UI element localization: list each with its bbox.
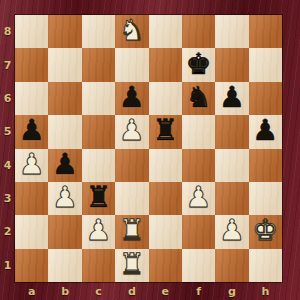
- black-knight-f6[interactable]: ♞: [186, 83, 212, 112]
- square-f8[interactable]: [182, 15, 215, 48]
- square-a7[interactable]: [15, 48, 48, 81]
- square-d1[interactable]: ♜: [115, 249, 148, 282]
- square-h6[interactable]: [249, 82, 282, 115]
- square-d2[interactable]: ♜: [115, 215, 148, 248]
- file-label-a: a: [15, 282, 48, 300]
- square-d3[interactable]: [115, 182, 148, 215]
- square-g4[interactable]: [215, 149, 248, 182]
- square-c3[interactable]: ♜: [82, 182, 115, 215]
- square-a8[interactable]: [15, 15, 48, 48]
- square-e1[interactable]: [149, 249, 182, 282]
- square-f5[interactable]: [182, 115, 215, 148]
- square-h2[interactable]: ♚: [249, 215, 282, 248]
- square-d8[interactable]: ♞: [115, 15, 148, 48]
- black-pawn-b4[interactable]: ♟: [52, 150, 78, 179]
- square-b1[interactable]: [48, 249, 81, 282]
- square-b3[interactable]: ♟: [48, 182, 81, 215]
- file-label-h: h: [249, 282, 282, 300]
- square-h3[interactable]: [249, 182, 282, 215]
- square-a4[interactable]: ♟: [15, 149, 48, 182]
- file-label-e: e: [149, 282, 182, 300]
- square-e5[interactable]: ♜: [149, 115, 182, 148]
- rank-label-6: 6: [0, 82, 15, 115]
- black-pawn-a5[interactable]: ♟: [19, 116, 45, 145]
- square-b4[interactable]: ♟: [48, 149, 81, 182]
- square-e7[interactable]: [149, 48, 182, 81]
- rank-label-4: 4: [0, 149, 15, 182]
- square-d7[interactable]: [115, 48, 148, 81]
- black-pawn-h5[interactable]: ♟: [252, 116, 278, 145]
- rank-label-2: 2: [0, 215, 15, 248]
- square-d5[interactable]: ♟: [115, 115, 148, 148]
- black-pawn-g6[interactable]: ♟: [219, 83, 245, 112]
- black-rook-e5[interactable]: ♜: [152, 116, 178, 145]
- white-pawn-a4[interactable]: ♟: [19, 150, 45, 179]
- white-pawn-f3[interactable]: ♟: [186, 183, 212, 212]
- square-b6[interactable]: [48, 82, 81, 115]
- square-c2[interactable]: ♟: [82, 215, 115, 248]
- square-h8[interactable]: [249, 15, 282, 48]
- black-rook-c3[interactable]: ♜: [85, 183, 111, 212]
- rank-label-5: 5: [0, 115, 15, 148]
- square-h7[interactable]: [249, 48, 282, 81]
- file-label-d: d: [115, 282, 148, 300]
- square-b2[interactable]: [48, 215, 81, 248]
- square-c7[interactable]: [82, 48, 115, 81]
- square-e3[interactable]: [149, 182, 182, 215]
- square-g8[interactable]: [215, 15, 248, 48]
- square-a1[interactable]: [15, 249, 48, 282]
- square-e6[interactable]: [149, 82, 182, 115]
- file-label-b: b: [48, 282, 81, 300]
- white-rook-d2[interactable]: ♜: [119, 216, 145, 245]
- square-b8[interactable]: [48, 15, 81, 48]
- square-e4[interactable]: [149, 149, 182, 182]
- square-f3[interactable]: ♟: [182, 182, 215, 215]
- square-e8[interactable]: [149, 15, 182, 48]
- square-g3[interactable]: [215, 182, 248, 215]
- square-g6[interactable]: ♟: [215, 82, 248, 115]
- chess-board-frame: 87654321 ♞♚♟♞♟♟♟♜♟♟♟♟♜♟♟♜♟♚♜ abcdefgh: [0, 0, 300, 300]
- square-f2[interactable]: [182, 215, 215, 248]
- square-h1[interactable]: [249, 249, 282, 282]
- white-pawn-b3[interactable]: ♟: [52, 183, 78, 212]
- square-h4[interactable]: [249, 149, 282, 182]
- square-f6[interactable]: ♞: [182, 82, 215, 115]
- square-c4[interactable]: [82, 149, 115, 182]
- black-king-f7[interactable]: ♚: [186, 50, 212, 79]
- square-c8[interactable]: [82, 15, 115, 48]
- square-g5[interactable]: [215, 115, 248, 148]
- square-e2[interactable]: [149, 215, 182, 248]
- square-a5[interactable]: ♟: [15, 115, 48, 148]
- file-labels: abcdefgh: [15, 282, 282, 300]
- square-g2[interactable]: ♟: [215, 215, 248, 248]
- rank-label-3: 3: [0, 182, 15, 215]
- rank-label-1: 1: [0, 249, 15, 282]
- square-h5[interactable]: ♟: [249, 115, 282, 148]
- file-label-f: f: [182, 282, 215, 300]
- square-d6[interactable]: ♟: [115, 82, 148, 115]
- square-a6[interactable]: [15, 82, 48, 115]
- square-c5[interactable]: [82, 115, 115, 148]
- white-king-h2[interactable]: ♚: [252, 216, 278, 245]
- square-f1[interactable]: [182, 249, 215, 282]
- square-c1[interactable]: [82, 249, 115, 282]
- square-d4[interactable]: [115, 149, 148, 182]
- square-a2[interactable]: [15, 215, 48, 248]
- square-c6[interactable]: [82, 82, 115, 115]
- square-g1[interactable]: [215, 249, 248, 282]
- white-pawn-g2[interactable]: ♟: [219, 216, 245, 245]
- board: ♞♚♟♞♟♟♟♜♟♟♟♟♜♟♟♜♟♚♜: [15, 15, 282, 282]
- rank-label-8: 8: [0, 15, 15, 48]
- file-label-c: c: [82, 282, 115, 300]
- white-rook-d1[interactable]: ♜: [119, 250, 145, 279]
- rank-labels: 87654321: [0, 15, 15, 282]
- square-f7[interactable]: ♚: [182, 48, 215, 81]
- square-b7[interactable]: [48, 48, 81, 81]
- square-f4[interactable]: [182, 149, 215, 182]
- square-g7[interactable]: [215, 48, 248, 81]
- square-a3[interactable]: [15, 182, 48, 215]
- black-pawn-d6[interactable]: ♟: [119, 83, 145, 112]
- white-pawn-d5[interactable]: ♟: [119, 116, 145, 145]
- square-b5[interactable]: [48, 115, 81, 148]
- white-pawn-c2[interactable]: ♟: [85, 216, 111, 245]
- rank-label-7: 7: [0, 48, 15, 81]
- white-knight-d8[interactable]: ♞: [119, 16, 145, 45]
- file-label-g: g: [215, 282, 248, 300]
